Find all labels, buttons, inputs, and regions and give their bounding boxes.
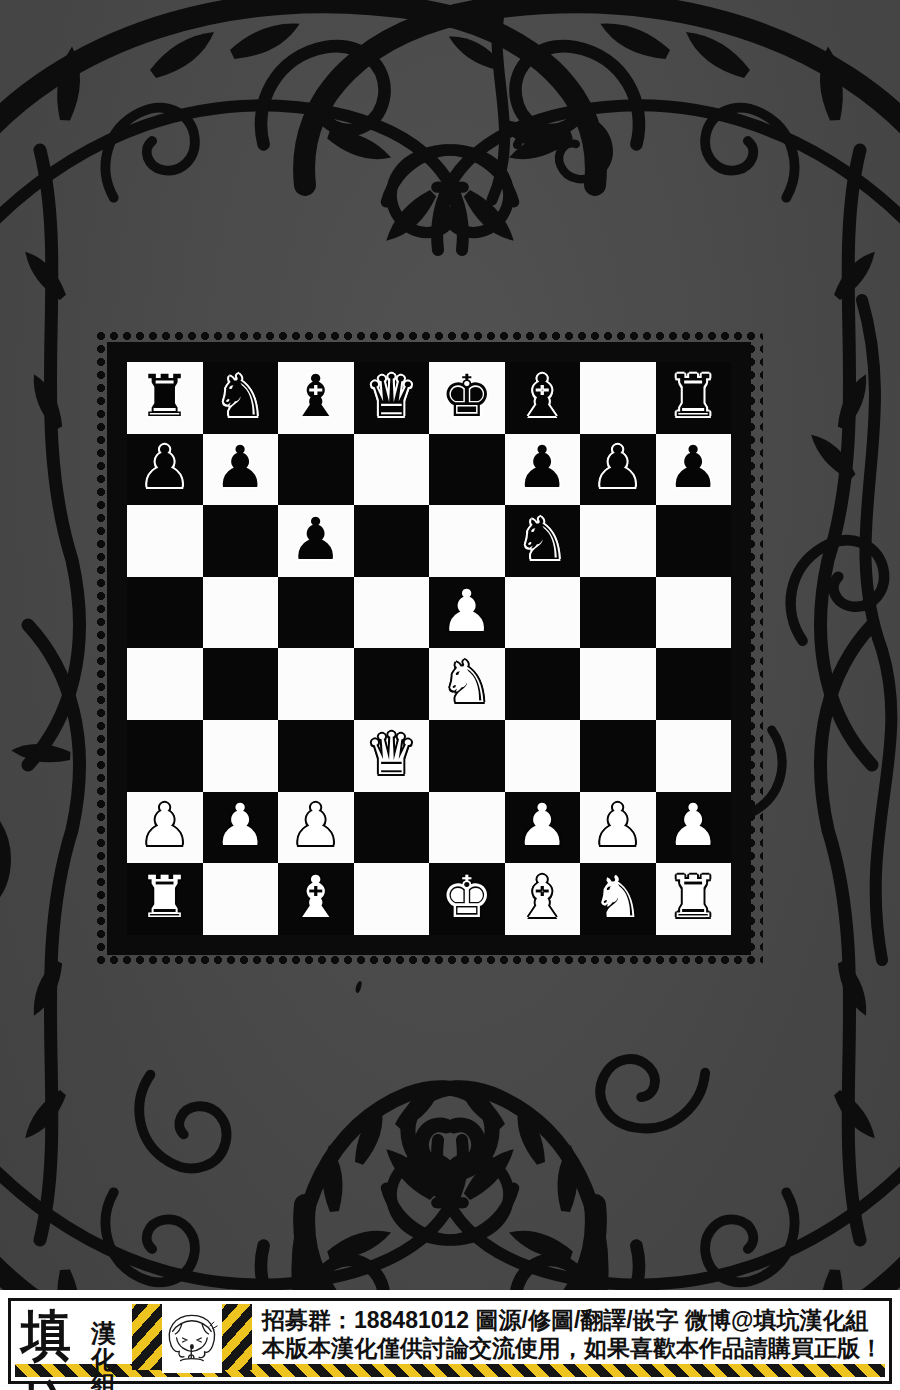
square-b3 <box>203 720 279 792</box>
square-c6: ♟ <box>278 505 354 577</box>
piece-black-rook-h8: ♜ <box>667 367 719 425</box>
piece-black-pawn-b7: ♟ <box>214 438 266 496</box>
square-a2: ♟ <box>127 792 203 864</box>
piece-white-bishop-f1: ♝ <box>516 868 568 926</box>
piece-white-knight-e4: ♞ <box>441 653 493 711</box>
piece-black-pawn-h7: ♟ <box>667 438 719 496</box>
square-g7: ♟ <box>580 434 656 506</box>
square-c8: ♝ <box>278 362 354 434</box>
piece-white-knight-g1: ♞ <box>592 868 644 926</box>
piece-white-pawn-f2: ♟ <box>516 796 568 854</box>
piece-white-pawn-g2: ♟ <box>592 796 644 854</box>
square-c5 <box>278 577 354 649</box>
square-b1 <box>203 863 279 935</box>
square-e4: ♞ <box>429 648 505 720</box>
square-d1 <box>354 863 430 935</box>
square-f3 <box>505 720 581 792</box>
square-g2: ♟ <box>580 792 656 864</box>
credit-line-2: 本版本漢化僅供討論交流使用，如果喜歡本作品請購買正版！ <box>262 1334 883 1362</box>
piece-white-pawn-c2: ♟ <box>290 796 342 854</box>
square-f5 <box>505 577 581 649</box>
piece-white-king-e1: ♚ <box>441 868 493 926</box>
piece-white-pawn-b2: ♟ <box>214 796 266 854</box>
lace-board-frame: ♜♞♝♛♚♝♜♟♟♟♟♟♟♞♟♞♛♟♟♟♟♟♟♜♝♚♝♞♜ <box>95 330 763 967</box>
piece-black-knight-b8: ♞ <box>214 367 266 425</box>
square-e1: ♚ <box>429 863 505 935</box>
square-g5 <box>580 577 656 649</box>
piece-white-pawn-e5: ♟ <box>441 582 493 640</box>
square-g3 <box>580 720 656 792</box>
square-b7: ♟ <box>203 434 279 506</box>
logo-sub-bottom: 組■ <box>91 1372 126 1390</box>
square-d4 <box>354 648 430 720</box>
piece-black-queen-d8: ♛ <box>365 367 417 425</box>
square-e3 <box>429 720 505 792</box>
square-a3 <box>127 720 203 792</box>
board-frame: ♜♞♝♛♚♝♜♟♟♟♟♟♟♞♟♞♛♟♟♟♟♟♟♜♝♚♝♞♜ <box>107 342 751 955</box>
square-h8: ♜ <box>656 362 732 434</box>
hazard-panel-right <box>222 1304 252 1370</box>
square-g4 <box>580 648 656 720</box>
chess-board: ♜♞♝♛♚♝♜♟♟♟♟♟♟♞♟♞♛♟♟♟♟♟♟♜♝♚♝♞♜ <box>127 362 731 935</box>
ink-speck <box>355 981 363 994</box>
square-f6: ♞ <box>505 505 581 577</box>
credit-text-block: 招募群：188481012 圖源/修圖/翻譯/嵌字 微博@填坑漢化組 本版本漢化… <box>252 1301 889 1362</box>
square-f4 <box>505 648 581 720</box>
square-g1: ♞ <box>580 863 656 935</box>
hazard-panel-left <box>132 1304 162 1370</box>
piece-white-queen-d3: ♛ <box>365 725 417 783</box>
piece-black-pawn-a7: ♟ <box>139 438 191 496</box>
piece-black-rook-a8: ♜ <box>139 367 191 425</box>
piece-black-pawn-c6: ♟ <box>290 510 342 568</box>
square-c2: ♟ <box>278 792 354 864</box>
piece-black-pawn-f7: ♟ <box>516 438 568 496</box>
square-h5 <box>656 577 732 649</box>
square-h3 <box>656 720 732 792</box>
credit-line-1: 招募群：188481012 圖源/修圖/翻譯/嵌字 微博@填坑漢化組 <box>262 1306 883 1334</box>
square-d7 <box>354 434 430 506</box>
square-f1: ♝ <box>505 863 581 935</box>
piece-black-king-e8: ♚ <box>441 367 493 425</box>
logo-main-text: 填坑 <box>21 1300 89 1390</box>
chibi-girl-illustration <box>162 1303 222 1373</box>
piece-black-bishop-c8: ♝ <box>290 367 342 425</box>
square-g8 <box>580 362 656 434</box>
piece-white-pawn-h2: ♟ <box>667 796 719 854</box>
square-h1: ♜ <box>656 863 732 935</box>
piece-white-rook-a1: ♜ <box>139 868 191 926</box>
square-c1: ♝ <box>278 863 354 935</box>
square-a7: ♟ <box>127 434 203 506</box>
square-b4 <box>203 648 279 720</box>
square-f7: ♟ <box>505 434 581 506</box>
square-b2: ♟ <box>203 792 279 864</box>
piece-white-bishop-c1: ♝ <box>290 868 342 926</box>
square-d6 <box>354 505 430 577</box>
square-c3 <box>278 720 354 792</box>
square-a5 <box>127 577 203 649</box>
square-d5 <box>354 577 430 649</box>
piece-white-rook-h1: ♜ <box>667 868 719 926</box>
piece-black-knight-f6: ♞ <box>516 510 568 568</box>
square-f8: ♝ <box>505 362 581 434</box>
square-c4 <box>278 648 354 720</box>
square-g6 <box>580 505 656 577</box>
square-e7 <box>429 434 505 506</box>
square-f2: ♟ <box>505 792 581 864</box>
logo-sub-top: 漢化 <box>91 1321 126 1372</box>
footer-border-box: 填坑 漢化 組■ <box>8 1298 892 1384</box>
square-b8: ♞ <box>203 362 279 434</box>
piece-white-pawn-a2: ♟ <box>139 796 191 854</box>
square-h7: ♟ <box>656 434 732 506</box>
square-e5: ♟ <box>429 577 505 649</box>
piece-black-bishop-f8: ♝ <box>516 367 568 425</box>
square-h2: ♟ <box>656 792 732 864</box>
square-d3: ♛ <box>354 720 430 792</box>
piece-black-pawn-g7: ♟ <box>592 438 644 496</box>
square-e8: ♚ <box>429 362 505 434</box>
square-a4 <box>127 648 203 720</box>
scanlation-group-logo: 填坑 漢化 組■ <box>11 1301 132 1390</box>
square-e2 <box>429 792 505 864</box>
square-h6 <box>656 505 732 577</box>
square-c7 <box>278 434 354 506</box>
square-b6 <box>203 505 279 577</box>
square-d8: ♛ <box>354 362 430 434</box>
square-b5 <box>203 577 279 649</box>
square-e6 <box>429 505 505 577</box>
square-a8: ♜ <box>127 362 203 434</box>
square-a1: ♜ <box>127 863 203 935</box>
square-a6 <box>127 505 203 577</box>
square-d2 <box>354 792 430 864</box>
scanlation-footer: 填坑 漢化 組■ <box>0 1290 900 1390</box>
square-h4 <box>656 648 732 720</box>
